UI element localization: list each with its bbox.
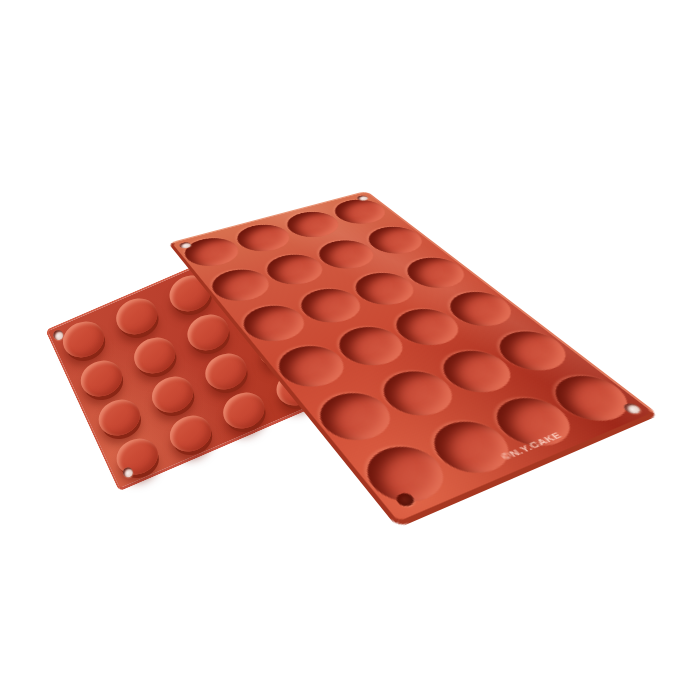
mold-disc (128, 331, 181, 379)
mold-disc (110, 292, 163, 340)
mold-disc (217, 387, 270, 435)
mold-disc (164, 410, 217, 458)
product-photo: ©N.Y.CAKE (0, 0, 700, 700)
mold-disc (146, 370, 199, 418)
mold-disc (199, 347, 252, 395)
mold-disc (111, 433, 164, 481)
mold-disc (57, 315, 110, 363)
mold-disc (75, 354, 128, 402)
mold-disc (93, 393, 146, 441)
